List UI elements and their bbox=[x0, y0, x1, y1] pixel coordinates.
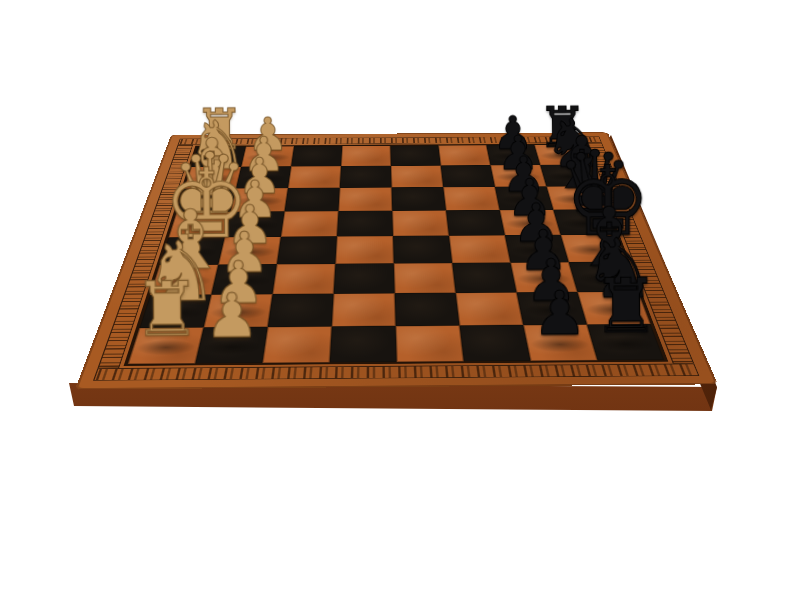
chess-board: ♜♟♟♜♞♟♟♞♝♟♟♝♛♟♟♛♚♟♟♚♝♟♟♝♞♟♟♞♜♟♟♜ bbox=[75, 132, 718, 389]
square-b4[interactable] bbox=[340, 166, 392, 188]
square-b5[interactable] bbox=[391, 166, 443, 188]
square-a5[interactable] bbox=[390, 145, 440, 165]
square-g5[interactable] bbox=[395, 293, 460, 326]
square-b3[interactable] bbox=[288, 166, 341, 188]
square-b6[interactable] bbox=[441, 165, 495, 187]
piece-black-pawn-h7[interactable]: ♟ bbox=[527, 283, 593, 344]
square-a4[interactable] bbox=[341, 146, 391, 166]
square-e4[interactable] bbox=[335, 236, 393, 264]
square-a6[interactable] bbox=[438, 145, 490, 165]
square-h6[interactable] bbox=[460, 325, 531, 361]
square-g3[interactable] bbox=[268, 294, 334, 327]
square-c6[interactable] bbox=[443, 187, 499, 211]
square-d6[interactable] bbox=[446, 210, 505, 236]
square-e3[interactable] bbox=[277, 236, 337, 264]
piece-black-rook-h8[interactable]: ♜ bbox=[592, 268, 658, 343]
square-b7[interactable] bbox=[490, 165, 546, 187]
square-f5[interactable] bbox=[394, 263, 456, 293]
square-e5[interactable] bbox=[393, 236, 452, 264]
square-a7[interactable] bbox=[486, 145, 540, 165]
square-h3[interactable] bbox=[262, 326, 331, 362]
square-a3[interactable] bbox=[291, 146, 342, 166]
square-c4[interactable] bbox=[338, 187, 392, 211]
square-h4[interactable] bbox=[330, 326, 397, 362]
square-d4[interactable] bbox=[337, 211, 393, 237]
piece-white-rook-h1[interactable]: ♜ bbox=[133, 272, 199, 348]
square-e6[interactable] bbox=[449, 235, 511, 263]
photo-scene: ♜♟♟♜♞♟♟♞♝♟♟♝♛♟♟♛♚♟♟♚♝♟♟♝♞♟♟♞♜♟♟♜ bbox=[0, 0, 800, 600]
square-c3[interactable] bbox=[285, 188, 340, 212]
square-d5[interactable] bbox=[392, 210, 449, 236]
square-f3[interactable] bbox=[273, 264, 336, 294]
frame-leaf-band-bottom bbox=[93, 364, 700, 381]
piece-white-pawn-h2[interactable]: ♟ bbox=[199, 285, 265, 346]
square-g6[interactable] bbox=[456, 292, 524, 325]
square-d3[interactable] bbox=[281, 211, 339, 237]
square-g4[interactable] bbox=[332, 293, 396, 326]
square-c5[interactable] bbox=[392, 187, 446, 211]
square-f4[interactable] bbox=[334, 263, 395, 293]
square-f6[interactable] bbox=[452, 263, 516, 293]
square-h5[interactable] bbox=[396, 326, 464, 362]
